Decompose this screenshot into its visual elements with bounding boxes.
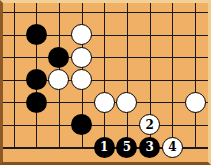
move-number-label: 4 (168, 141, 176, 153)
intersection (184, 136, 207, 159)
intersection (161, 23, 184, 46)
white-stone (71, 24, 92, 45)
intersection (184, 113, 207, 136)
intersection (70, 113, 93, 136)
intersection (48, 3, 71, 23)
intersection (70, 3, 93, 23)
intersection (48, 113, 71, 136)
intersection (25, 3, 48, 23)
intersection: 5 (116, 136, 139, 159)
intersection (93, 91, 116, 114)
white-stone (71, 47, 92, 68)
intersection: 3 (138, 136, 161, 159)
intersection (138, 68, 161, 91)
intersection (116, 113, 139, 136)
move-number-label: 2 (145, 119, 153, 131)
white-stone (116, 92, 137, 113)
intersection (70, 136, 93, 159)
intersection: 2 (138, 113, 161, 136)
intersection (3, 113, 25, 136)
white-stone (94, 92, 115, 113)
intersection (3, 91, 25, 114)
intersection (161, 113, 184, 136)
intersection (116, 23, 139, 46)
intersection (116, 3, 139, 23)
intersection (93, 3, 116, 23)
intersection (184, 91, 207, 114)
intersection (138, 3, 161, 23)
intersection (161, 46, 184, 69)
white-stone (71, 69, 92, 90)
intersection (70, 91, 93, 114)
intersection (25, 68, 48, 91)
intersection (3, 23, 25, 46)
intersection (48, 136, 71, 159)
black-stone-move-5: 5 (116, 137, 137, 158)
move-number-label: 3 (145, 141, 153, 153)
intersection (93, 23, 116, 46)
intersection (3, 46, 25, 69)
intersection (184, 46, 207, 69)
intersection (3, 136, 25, 159)
intersection (116, 91, 139, 114)
intersection (138, 91, 161, 114)
intersection (25, 46, 48, 69)
intersection (48, 91, 71, 114)
intersection (184, 68, 207, 91)
intersection: 4 (161, 136, 184, 159)
intersection (3, 3, 25, 23)
intersection (93, 113, 116, 136)
intersection (161, 91, 184, 114)
stone-grid: 21534 (3, 3, 206, 158)
black-stone (48, 47, 69, 68)
intersection (3, 68, 25, 91)
black-stone (26, 24, 47, 45)
intersection (48, 68, 71, 91)
black-stone (71, 114, 92, 135)
go-board: 21534 (3, 3, 208, 162)
intersection (184, 3, 207, 23)
move-number-label: 5 (123, 141, 131, 153)
intersection (70, 23, 93, 46)
intersection (48, 46, 71, 69)
black-stone-move-3: 3 (139, 137, 160, 158)
intersection (93, 68, 116, 91)
intersection (25, 23, 48, 46)
intersection (48, 23, 71, 46)
intersection (116, 68, 139, 91)
white-stone (185, 92, 206, 113)
intersection (161, 3, 184, 23)
black-stone (26, 69, 47, 90)
intersection (161, 68, 184, 91)
move-number-label: 1 (100, 141, 108, 153)
intersection (70, 46, 93, 69)
intersection: 1 (93, 136, 116, 159)
intersection (116, 46, 139, 69)
white-stone-move-4: 4 (162, 137, 183, 158)
intersection (138, 23, 161, 46)
intersection (25, 136, 48, 159)
intersection (93, 46, 116, 69)
intersection (70, 68, 93, 91)
white-stone-move-2: 2 (139, 114, 160, 135)
black-stone (26, 92, 47, 113)
intersection (138, 46, 161, 69)
board-frame: 21534 (0, 0, 211, 165)
intersection (25, 113, 48, 136)
black-stone-move-1: 1 (94, 137, 115, 158)
white-stone (48, 69, 69, 90)
intersection (184, 23, 207, 46)
intersection (25, 91, 48, 114)
